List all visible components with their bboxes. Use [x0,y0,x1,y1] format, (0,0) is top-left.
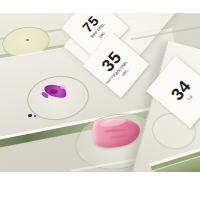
specimen-purple-highlight [60,85,66,89]
specimen-purple-core [50,89,58,94]
stain-dot-small [34,115,36,117]
specimen-pale-speck [26,39,29,41]
label-34-caption-1: Lu [186,94,194,102]
photo: 75 Bee limb, sec. 35 Pancreas, sec. Name… [0,13,200,172]
